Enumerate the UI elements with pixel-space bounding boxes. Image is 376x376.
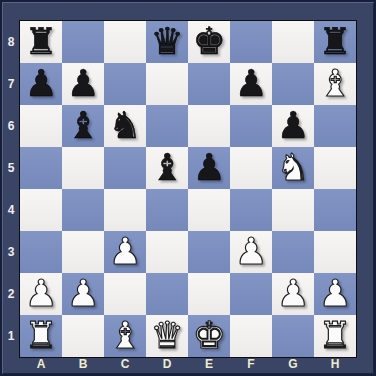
square-c1[interactable]: ♝ [104, 315, 146, 357]
square-f8[interactable] [230, 21, 272, 63]
square-f3[interactable]: ♟ [230, 231, 272, 273]
square-f1[interactable] [230, 315, 272, 357]
square-a2[interactable]: ♟ [20, 273, 62, 315]
square-d1[interactable]: ♛ [146, 315, 188, 357]
square-g2[interactable]: ♟ [272, 273, 314, 315]
rank-label-8: 8 [2, 21, 20, 63]
chess-board: ♜♛♚♜♟♟♟♝♝♞♟♝♟♞♟♟♟♟♟♟♜♝♛♚♜ [20, 21, 356, 357]
square-g4[interactable] [272, 189, 314, 231]
square-a3[interactable] [20, 231, 62, 273]
file-label-h: H [314, 355, 356, 374]
file-label-g: G [272, 355, 314, 374]
square-g6[interactable]: ♟ [272, 105, 314, 147]
square-c6[interactable]: ♞ [104, 105, 146, 147]
square-d2[interactable] [146, 273, 188, 315]
rank-label-2: 2 [2, 273, 20, 315]
square-d6[interactable] [146, 105, 188, 147]
square-b2[interactable]: ♟ [62, 273, 104, 315]
file-label-c: C [104, 355, 146, 374]
piece-black-pawn: ♟ [276, 105, 309, 147]
piece-white-pawn: ♟ [108, 231, 141, 273]
piece-white-pawn: ♟ [24, 273, 57, 315]
piece-white-bishop: ♝ [318, 63, 351, 105]
piece-black-pawn: ♟ [24, 63, 57, 105]
file-label-f: F [230, 355, 272, 374]
square-b1[interactable] [62, 315, 104, 357]
square-f7[interactable]: ♟ [230, 63, 272, 105]
piece-black-bishop: ♝ [150, 147, 183, 189]
square-b6[interactable]: ♝ [62, 105, 104, 147]
square-g1[interactable] [272, 315, 314, 357]
square-h1[interactable]: ♜ [314, 315, 356, 357]
square-e5[interactable]: ♟ [188, 147, 230, 189]
square-e6[interactable] [188, 105, 230, 147]
square-c8[interactable] [104, 21, 146, 63]
square-e2[interactable] [188, 273, 230, 315]
square-e8[interactable]: ♚ [188, 21, 230, 63]
piece-white-pawn: ♟ [276, 273, 309, 315]
square-e1[interactable]: ♚ [188, 315, 230, 357]
piece-black-king: ♚ [192, 21, 225, 63]
piece-white-rook: ♜ [318, 315, 351, 357]
piece-black-pawn: ♟ [234, 63, 267, 105]
file-label-e: E [188, 355, 230, 374]
square-a8[interactable]: ♜ [20, 21, 62, 63]
square-e4[interactable] [188, 189, 230, 231]
square-g8[interactable] [272, 21, 314, 63]
square-e3[interactable] [188, 231, 230, 273]
square-h4[interactable] [314, 189, 356, 231]
square-c3[interactable]: ♟ [104, 231, 146, 273]
file-label-b: B [62, 355, 104, 374]
square-c5[interactable] [104, 147, 146, 189]
piece-black-pawn: ♟ [192, 147, 225, 189]
piece-white-pawn: ♟ [234, 231, 267, 273]
piece-white-queen: ♛ [150, 315, 183, 357]
piece-white-rook: ♜ [24, 315, 57, 357]
piece-black-knight: ♞ [108, 105, 141, 147]
square-d3[interactable] [146, 231, 188, 273]
rank-label-6: 6 [2, 105, 20, 147]
file-label-a: A [20, 355, 62, 374]
piece-black-bishop: ♝ [66, 105, 99, 147]
file-label-d: D [146, 355, 188, 374]
rank-label-7: 7 [2, 63, 20, 105]
piece-black-rook: ♜ [318, 21, 351, 63]
square-d4[interactable] [146, 189, 188, 231]
square-h7[interactable]: ♝ [314, 63, 356, 105]
rank-label-3: 3 [2, 231, 20, 273]
square-b4[interactable] [62, 189, 104, 231]
rank-label-1: 1 [2, 315, 20, 357]
chess-board-frame: ♜♛♚♜♟♟♟♝♝♞♟♝♟♞♟♟♟♟♟♟♜♝♛♚♜ 87654321 ABCDE… [0, 0, 376, 376]
piece-white-pawn: ♟ [318, 273, 351, 315]
piece-white-king: ♚ [192, 315, 225, 357]
square-f6[interactable] [230, 105, 272, 147]
square-g3[interactable] [272, 231, 314, 273]
rank-label-5: 5 [2, 147, 20, 189]
piece-white-knight: ♞ [276, 147, 309, 189]
square-b3[interactable] [62, 231, 104, 273]
square-h8[interactable]: ♜ [314, 21, 356, 63]
rank-label-4: 4 [2, 189, 20, 231]
square-a7[interactable]: ♟ [20, 63, 62, 105]
square-f5[interactable] [230, 147, 272, 189]
square-a4[interactable] [20, 189, 62, 231]
piece-black-queen: ♛ [150, 21, 183, 63]
square-a5[interactable] [20, 147, 62, 189]
square-d5[interactable]: ♝ [146, 147, 188, 189]
square-c4[interactable] [104, 189, 146, 231]
square-c2[interactable] [104, 273, 146, 315]
square-f4[interactable] [230, 189, 272, 231]
square-b7[interactable]: ♟ [62, 63, 104, 105]
piece-white-bishop: ♝ [108, 315, 141, 357]
square-g7[interactable] [272, 63, 314, 105]
square-h6[interactable] [314, 105, 356, 147]
square-c7[interactable] [104, 63, 146, 105]
square-d7[interactable] [146, 63, 188, 105]
piece-black-pawn: ♟ [66, 63, 99, 105]
square-e7[interactable] [188, 63, 230, 105]
piece-white-pawn: ♟ [66, 273, 99, 315]
square-h2[interactable]: ♟ [314, 273, 356, 315]
square-h5[interactable] [314, 147, 356, 189]
square-g5[interactable]: ♞ [272, 147, 314, 189]
square-a1[interactable]: ♜ [20, 315, 62, 357]
square-f2[interactable] [230, 273, 272, 315]
square-b8[interactable] [62, 21, 104, 63]
square-a6[interactable] [20, 105, 62, 147]
square-d8[interactable]: ♛ [146, 21, 188, 63]
square-h3[interactable] [314, 231, 356, 273]
piece-black-rook: ♜ [24, 21, 57, 63]
square-b5[interactable] [62, 147, 104, 189]
